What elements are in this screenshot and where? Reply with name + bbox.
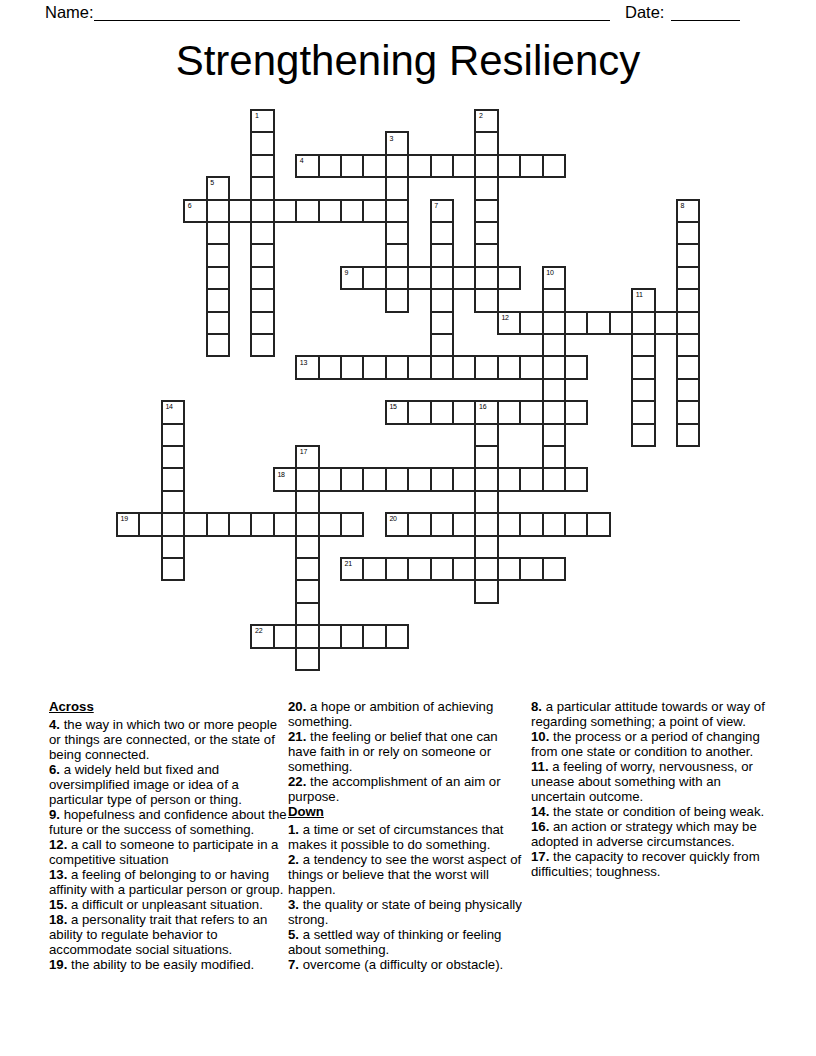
- clue-across-19: 19. the ability to be easily modified.: [49, 957, 287, 972]
- clue-text: a particular attitude towards or way of …: [531, 699, 765, 729]
- grid-cell-9-17[interactable]: 12: [497, 311, 521, 335]
- cell-number: 18: [277, 471, 284, 478]
- cell-number: 16: [479, 403, 486, 410]
- grid-cell-9-14[interactable]: [430, 311, 454, 335]
- clue-down-16: 16. an action or strategy which may be a…: [531, 819, 769, 849]
- grid-cell-20-2[interactable]: [161, 557, 185, 581]
- grid-cell-6-16[interactable]: [474, 243, 498, 267]
- grid-cell-16-8[interactable]: [295, 467, 319, 491]
- grid-cell-4-12[interactable]: [385, 199, 409, 223]
- grid-cell-18-3[interactable]: [183, 512, 207, 536]
- grid-cell-12-25[interactable]: [676, 378, 700, 402]
- grid-cell-16-19[interactable]: [542, 467, 566, 491]
- grid-cell-16-17[interactable]: [497, 467, 521, 491]
- grid-cell-3-4[interactable]: 5: [206, 176, 230, 200]
- clue-text: a tendency to see the worst aspect of th…: [288, 852, 521, 897]
- grid-cell-9-25[interactable]: [676, 311, 700, 335]
- grid-cell-24-8[interactable]: [295, 647, 319, 671]
- grid-cell-3-12[interactable]: [385, 176, 409, 200]
- grid-cell-4-4[interactable]: [206, 199, 230, 223]
- clue-across-22: 22. the accomplishment of an aim or purp…: [288, 774, 526, 804]
- grid-cell-18-10[interactable]: [340, 512, 364, 536]
- grid-cell-3-6[interactable]: [250, 176, 274, 200]
- grid-cell-7-19[interactable]: 10: [542, 266, 566, 290]
- grid-cell-1-6[interactable]: [250, 131, 274, 155]
- grid-cell-20-15[interactable]: [452, 557, 476, 581]
- grid-cell-21-8[interactable]: [295, 579, 319, 603]
- grid-cell-13-23[interactable]: [631, 400, 655, 424]
- clue-number: 22.: [288, 774, 310, 789]
- grid-cell-8-4[interactable]: [206, 288, 230, 312]
- name-label: Name:: [45, 3, 94, 22]
- clue-text: a difficult or unpleasant situation.: [71, 897, 263, 912]
- grid-cell-2-14[interactable]: [430, 154, 454, 178]
- grid-cell-11-10[interactable]: [340, 355, 364, 379]
- grid-cell-14-16[interactable]: [474, 423, 498, 447]
- cell-number: 11: [636, 291, 643, 298]
- grid-cell-2-16[interactable]: [474, 154, 498, 178]
- grid-cell-18-12[interactable]: 20: [385, 512, 409, 536]
- cell-number: 4: [300, 157, 304, 164]
- grid-cell-4-11[interactable]: [362, 199, 386, 223]
- across-header: Across: [49, 699, 287, 714]
- grid-cell-20-17[interactable]: [497, 557, 521, 581]
- clue-number: 18.: [49, 912, 71, 927]
- grid-cell-13-2[interactable]: 14: [161, 400, 185, 424]
- clue-text: the feeling or belief that one can have …: [288, 729, 498, 774]
- grid-cell-9-22[interactable]: [609, 311, 633, 335]
- clue-number: 9.: [49, 807, 64, 822]
- clue-text: hopefulness and confidence about the fut…: [49, 807, 287, 837]
- grid-cell-4-6[interactable]: [250, 199, 274, 223]
- grid-cell-6-14[interactable]: [430, 243, 454, 267]
- grid-cell-4-8[interactable]: [295, 199, 319, 223]
- grid-cell-5-12[interactable]: [385, 221, 409, 245]
- clue-text: a feeling of worry, nervousness, or unea…: [531, 759, 753, 804]
- grid-cell-11-15[interactable]: [452, 355, 476, 379]
- clue-text: a settled way of thinking or feeling abo…: [288, 927, 501, 957]
- clue-across-4: 4. the way in which two or more people o…: [49, 717, 287, 762]
- grid-cell-20-11[interactable]: [362, 557, 386, 581]
- clue-number: 7.: [288, 957, 303, 972]
- grid-cell-9-24[interactable]: [654, 311, 678, 335]
- grid-cell-18-21[interactable]: [586, 512, 610, 536]
- grid-cell-19-2[interactable]: [161, 535, 185, 559]
- grid-cell-7-4[interactable]: [206, 266, 230, 290]
- grid-cell-4-5[interactable]: [228, 199, 252, 223]
- clue-text: a time or set of circumstances that make…: [288, 822, 504, 852]
- grid-cell-2-17[interactable]: [497, 154, 521, 178]
- grid-cell-23-11[interactable]: [362, 624, 386, 648]
- grid-cell-2-6[interactable]: [250, 154, 274, 178]
- cell-number: 19: [121, 515, 128, 522]
- grid-cell-23-10[interactable]: [340, 624, 364, 648]
- grid-cell-9-19[interactable]: [542, 311, 566, 335]
- grid-cell-13-13[interactable]: [407, 400, 431, 424]
- cell-number: 8: [681, 202, 685, 209]
- grid-cell-11-19[interactable]: [542, 355, 566, 379]
- grid-cell-2-9[interactable]: [318, 154, 342, 178]
- cell-number: 1: [255, 112, 259, 119]
- grid-cell-7-6[interactable]: [250, 266, 274, 290]
- grid-cell-14-25[interactable]: [676, 423, 700, 447]
- grid-cell-8-12[interactable]: [385, 288, 409, 312]
- grid-cell-1-16[interactable]: [474, 131, 498, 155]
- date-label: Date:: [625, 3, 664, 22]
- crossword-grid: 12345678910111213141516171819202122: [117, 110, 700, 671]
- grid-cell-4-9[interactable]: [318, 199, 342, 223]
- clue-number: 8.: [531, 699, 546, 714]
- grid-cell-6-4[interactable]: [206, 243, 230, 267]
- grid-cell-18-2[interactable]: [161, 512, 185, 536]
- grid-cell-11-11[interactable]: [362, 355, 386, 379]
- grid-cell-13-25[interactable]: [676, 400, 700, 424]
- grid-cell-7-12[interactable]: [385, 266, 409, 290]
- grid-cell-11-14[interactable]: [430, 355, 454, 379]
- grid-cell-0-6[interactable]: 1: [250, 109, 274, 133]
- grid-cell-9-4[interactable]: [206, 311, 230, 335]
- clue-number: 21.: [288, 729, 310, 744]
- grid-cell-18-0[interactable]: 19: [116, 512, 140, 536]
- grid-cell-16-14[interactable]: [430, 467, 454, 491]
- grid-cell-12-19[interactable]: [542, 378, 566, 402]
- grid-cell-1-12[interactable]: 3: [385, 131, 409, 155]
- grid-cell-7-25[interactable]: [676, 266, 700, 290]
- name-blank-line[interactable]: [94, 20, 610, 21]
- grid-cell-4-10[interactable]: [340, 199, 364, 223]
- cell-number: 3: [389, 135, 393, 142]
- grid-cell-14-23[interactable]: [631, 423, 655, 447]
- grid-cell-4-7[interactable]: [273, 199, 297, 223]
- clue-down-3: 3. the quality or state of being physica…: [288, 897, 526, 927]
- grid-cell-5-4[interactable]: [206, 221, 230, 245]
- grid-cell-18-1[interactable]: [138, 512, 162, 536]
- grid-cell-16-9[interactable]: [318, 467, 342, 491]
- clue-number: 6.: [49, 762, 64, 777]
- grid-cell-11-25[interactable]: [676, 355, 700, 379]
- cell-number: 21: [345, 560, 352, 567]
- clue-column-1: Across4. the way in which two or more pe…: [49, 699, 287, 972]
- clue-number: 4.: [49, 717, 64, 732]
- grid-cell-20-16[interactable]: [474, 557, 498, 581]
- grid-cell-23-9[interactable]: [318, 624, 342, 648]
- cell-number: 13: [300, 359, 307, 366]
- cell-number: 10: [546, 269, 553, 276]
- clue-text: the capacity to recover quickly from dif…: [531, 849, 760, 879]
- grid-cell-4-25[interactable]: 8: [676, 199, 700, 223]
- grid-cell-2-12[interactable]: [385, 154, 409, 178]
- grid-cell-11-23[interactable]: [631, 355, 655, 379]
- clue-number: 13.: [49, 867, 71, 882]
- grid-cell-17-8[interactable]: [295, 490, 319, 514]
- grid-cell-21-16[interactable]: [474, 579, 498, 603]
- grid-cell-11-8[interactable]: 13: [295, 355, 319, 379]
- grid-cell-13-18[interactable]: [519, 400, 543, 424]
- grid-cell-6-12[interactable]: [385, 243, 409, 267]
- page-title: Strengthening Resiliency: [0, 37, 816, 85]
- grid-cell-13-20[interactable]: [564, 400, 588, 424]
- clue-down-10: 10. the process or a period of changing …: [531, 729, 769, 759]
- clue-text: the quality or state of being physically…: [288, 897, 522, 927]
- grid-cell-5-14[interactable]: [430, 221, 454, 245]
- grid-cell-2-10[interactable]: [340, 154, 364, 178]
- clue-down-5: 5. a settled way of thinking or feeling …: [288, 927, 526, 957]
- grid-cell-20-14[interactable]: [430, 557, 454, 581]
- grid-cell-10-19[interactable]: [542, 333, 566, 357]
- grid-cell-11-18[interactable]: [519, 355, 543, 379]
- clue-number: 16.: [531, 819, 553, 834]
- clue-column-2: 20. a hope or ambition of achieving some…: [288, 699, 526, 972]
- grid-cell-18-9[interactable]: [318, 512, 342, 536]
- grid-cell-9-20[interactable]: [564, 311, 588, 335]
- grid-cell-15-16[interactable]: [474, 445, 498, 469]
- clue-number: 10.: [531, 729, 553, 744]
- clue-across-12: 12. a call to someone to participate in …: [49, 837, 287, 867]
- grid-cell-11-9[interactable]: [318, 355, 342, 379]
- clue-number: 19.: [49, 957, 71, 972]
- grid-cell-18-5[interactable]: [228, 512, 252, 536]
- clue-column-3: 8. a particular attitude towards or way …: [531, 699, 769, 879]
- clue-across-6: 6. a widely held but fixed and oversimpl…: [49, 762, 287, 807]
- clue-number: 5.: [288, 927, 303, 942]
- clue-text: overcome (a difficulty or obstacle).: [303, 957, 504, 972]
- grid-cell-20-8[interactable]: [295, 557, 319, 581]
- grid-cell-15-19[interactable]: [542, 445, 566, 469]
- grid-cell-16-13[interactable]: [407, 467, 431, 491]
- grid-cell-19-8[interactable]: [295, 535, 319, 559]
- clue-down-17: 17. the capacity to recover quickly from…: [531, 849, 769, 879]
- grid-cell-17-16[interactable]: [474, 490, 498, 514]
- clue-number: 12.: [49, 837, 71, 852]
- clue-down-2: 2. a tendency to see the worst aspect of…: [288, 852, 526, 897]
- clue-across-21: 21. the feeling or belief that one can h…: [288, 729, 526, 774]
- grid-cell-11-16[interactable]: [474, 355, 498, 379]
- grid-cell-8-6[interactable]: [250, 288, 274, 312]
- grid-cell-9-21[interactable]: [586, 311, 610, 335]
- grid-cell-18-14[interactable]: [430, 512, 454, 536]
- grid-cell-5-16[interactable]: [474, 221, 498, 245]
- clue-text: the accomplishment of an aim or purpose.: [288, 774, 501, 804]
- grid-cell-6-6[interactable]: [250, 243, 274, 267]
- clue-text: the way in which two or more people or t…: [49, 717, 277, 762]
- grid-cell-18-20[interactable]: [564, 512, 588, 536]
- grid-cell-18-8[interactable]: [295, 512, 319, 536]
- grid-cell-14-2[interactable]: [161, 423, 185, 447]
- grid-cell-23-8[interactable]: [295, 624, 319, 648]
- grid-cell-10-6[interactable]: [250, 333, 274, 357]
- grid-cell-11-13[interactable]: [407, 355, 431, 379]
- grid-cell-18-6[interactable]: [250, 512, 274, 536]
- cell-number: 17: [300, 448, 307, 455]
- grid-cell-5-25[interactable]: [676, 221, 700, 245]
- grid-cell-15-2[interactable]: [161, 445, 185, 469]
- cell-number: 9: [345, 269, 349, 276]
- grid-cell-11-12[interactable]: [385, 355, 409, 379]
- grid-cell-18-15[interactable]: [452, 512, 476, 536]
- grid-cell-2-11[interactable]: [362, 154, 386, 178]
- grid-cell-16-15[interactable]: [452, 467, 476, 491]
- clue-number: 17.: [531, 849, 553, 864]
- grid-cell-22-8[interactable]: [295, 602, 319, 626]
- grid-cell-2-15[interactable]: [452, 154, 476, 178]
- grid-cell-20-18[interactable]: [519, 557, 543, 581]
- grid-cell-2-8[interactable]: 4: [295, 154, 319, 178]
- grid-cell-11-20[interactable]: [564, 355, 588, 379]
- grid-cell-8-23[interactable]: 11: [631, 288, 655, 312]
- grid-cell-19-16[interactable]: [474, 535, 498, 559]
- worksheet-page: Name: Date: Strengthening Resiliency 123…: [0, 0, 816, 1056]
- cell-number: 14: [165, 403, 172, 410]
- cell-number: 2: [479, 112, 483, 119]
- grid-cell-11-17[interactable]: [497, 355, 521, 379]
- grid-cell-18-7[interactable]: [273, 512, 297, 536]
- grid-cell-16-7[interactable]: 18: [273, 467, 297, 491]
- clue-number: 3.: [288, 897, 303, 912]
- grid-cell-16-10[interactable]: [340, 467, 364, 491]
- grid-cell-7-11[interactable]: [362, 266, 386, 290]
- clue-number: 14.: [531, 804, 553, 819]
- grid-cell-20-13[interactable]: [407, 557, 431, 581]
- clue-number: 11.: [531, 759, 552, 774]
- grid-cell-10-25[interactable]: [676, 333, 700, 357]
- grid-cell-2-18[interactable]: [519, 154, 543, 178]
- grid-cell-7-14[interactable]: [430, 266, 454, 290]
- clue-across-13: 13. a feeling of belonging to or having …: [49, 867, 287, 897]
- grid-cell-10-14[interactable]: [430, 333, 454, 357]
- grid-cell-23-6[interactable]: 22: [250, 624, 274, 648]
- grid-cell-10-4[interactable]: [206, 333, 230, 357]
- grid-cell-12-23[interactable]: [631, 378, 655, 402]
- grid-cell-20-12[interactable]: [385, 557, 409, 581]
- grid-cell-8-14[interactable]: [430, 288, 454, 312]
- grid-cell-13-17[interactable]: [497, 400, 521, 424]
- grid-cell-16-12[interactable]: [385, 467, 409, 491]
- grid-cell-17-2[interactable]: [161, 490, 185, 514]
- clue-text: a widely held but fixed and oversimplifi…: [49, 762, 242, 807]
- clue-text: the ability to be easily modified.: [71, 957, 254, 972]
- grid-cell-4-16[interactable]: [474, 199, 498, 223]
- clue-down-14: 14. the state or condition of being weak…: [531, 804, 769, 819]
- clue-across-20: 20. a hope or ambition of achieving some…: [288, 699, 526, 729]
- clue-number: 20.: [288, 699, 310, 714]
- grid-cell-7-13[interactable]: [407, 266, 431, 290]
- grid-cell-16-18[interactable]: [519, 467, 543, 491]
- grid-cell-13-12[interactable]: 15: [385, 400, 409, 424]
- grid-cell-13-19[interactable]: [542, 400, 566, 424]
- grid-cell-7-10[interactable]: 9: [340, 266, 364, 290]
- down-header: Down: [288, 804, 526, 819]
- clue-text: a call to someone to participate in a co…: [49, 837, 278, 867]
- grid-cell-23-12[interactable]: [385, 624, 409, 648]
- clue-down-11: 11. a feeling of worry, nervousness, or …: [531, 759, 769, 804]
- clue-across-9: 9. hopefulness and confidence about the …: [49, 807, 287, 837]
- grid-cell-20-19[interactable]: [542, 557, 566, 581]
- clue-number: 2.: [288, 852, 303, 867]
- grid-cell-3-16[interactable]: [474, 176, 498, 200]
- clue-down-7: 7. overcome (a difficulty or obstacle).: [288, 957, 526, 972]
- cell-number: 22: [255, 627, 262, 634]
- grid-cell-18-17[interactable]: [497, 512, 521, 536]
- grid-cell-0-16[interactable]: 2: [474, 109, 498, 133]
- grid-cell-18-16[interactable]: [474, 512, 498, 536]
- grid-cell-20-10[interactable]: 21: [340, 557, 364, 581]
- grid-cell-2-13[interactable]: [407, 154, 431, 178]
- grid-cell-4-14[interactable]: 7: [430, 199, 454, 223]
- clue-text: an action or strategy which may be adopt…: [531, 819, 757, 849]
- grid-cell-14-19[interactable]: [542, 423, 566, 447]
- clue-number: 1.: [288, 822, 303, 837]
- grid-cell-10-23[interactable]: [631, 333, 655, 357]
- grid-cell-13-14[interactable]: [430, 400, 454, 424]
- date-blank-line[interactable]: [671, 20, 740, 21]
- grid-cell-18-13[interactable]: [407, 512, 431, 536]
- grid-cell-16-2[interactable]: [161, 467, 185, 491]
- cell-number: 15: [389, 403, 396, 410]
- grid-cell-7-15[interactable]: [452, 266, 476, 290]
- clue-across-18: 18. a personality trait that refers to a…: [49, 912, 287, 957]
- grid-cell-16-16[interactable]: [474, 467, 498, 491]
- grid-cell-6-25[interactable]: [676, 243, 700, 267]
- cell-number: 20: [389, 515, 396, 522]
- grid-cell-15-8[interactable]: 17: [295, 445, 319, 469]
- grid-cell-9-18[interactable]: [519, 311, 543, 335]
- cell-number: 5: [210, 179, 214, 186]
- grid-cell-16-11[interactable]: [362, 467, 386, 491]
- cell-number: 7: [434, 202, 438, 209]
- cell-number: 12: [501, 314, 508, 321]
- grid-cell-8-25[interactable]: [676, 288, 700, 312]
- grid-cell-8-19[interactable]: [542, 288, 566, 312]
- clue-text: a personality trait that refers to an ab…: [49, 912, 267, 957]
- clue-number: 15.: [49, 897, 71, 912]
- grid-cell-4-3[interactable]: 6: [183, 199, 207, 223]
- clue-text: the process or a period of changing from…: [531, 729, 760, 759]
- grid-cell-7-17[interactable]: [497, 266, 521, 290]
- clue-down-8: 8. a particular attitude towards or way …: [531, 699, 769, 729]
- clue-across-15: 15. a difficult or unpleasant situation.: [49, 897, 287, 912]
- grid-cell-9-6[interactable]: [250, 311, 274, 335]
- grid-cell-16-20[interactable]: [564, 467, 588, 491]
- grid-cell-18-19[interactable]: [542, 512, 566, 536]
- grid-cell-7-16[interactable]: [474, 266, 498, 290]
- grid-cell-2-19[interactable]: [542, 154, 566, 178]
- grid-cell-9-23[interactable]: [631, 311, 655, 335]
- grid-cell-13-16[interactable]: 16: [474, 400, 498, 424]
- clue-text: the state or condition of being weak.: [553, 804, 764, 819]
- clue-text: a feeling of belonging to or having affi…: [49, 867, 283, 897]
- grid-cell-5-6[interactable]: [250, 221, 274, 245]
- grid-cell-18-4[interactable]: [206, 512, 230, 536]
- grid-cell-23-7[interactable]: [273, 624, 297, 648]
- grid-cell-18-18[interactable]: [519, 512, 543, 536]
- grid-cell-8-16[interactable]: [474, 288, 498, 312]
- clue-text: a hope or ambition of achieving somethin…: [288, 699, 493, 729]
- cell-number: 6: [188, 202, 192, 209]
- clue-down-1: 1. a time or set of circumstances that m…: [288, 822, 526, 852]
- grid-cell-13-15[interactable]: [452, 400, 476, 424]
